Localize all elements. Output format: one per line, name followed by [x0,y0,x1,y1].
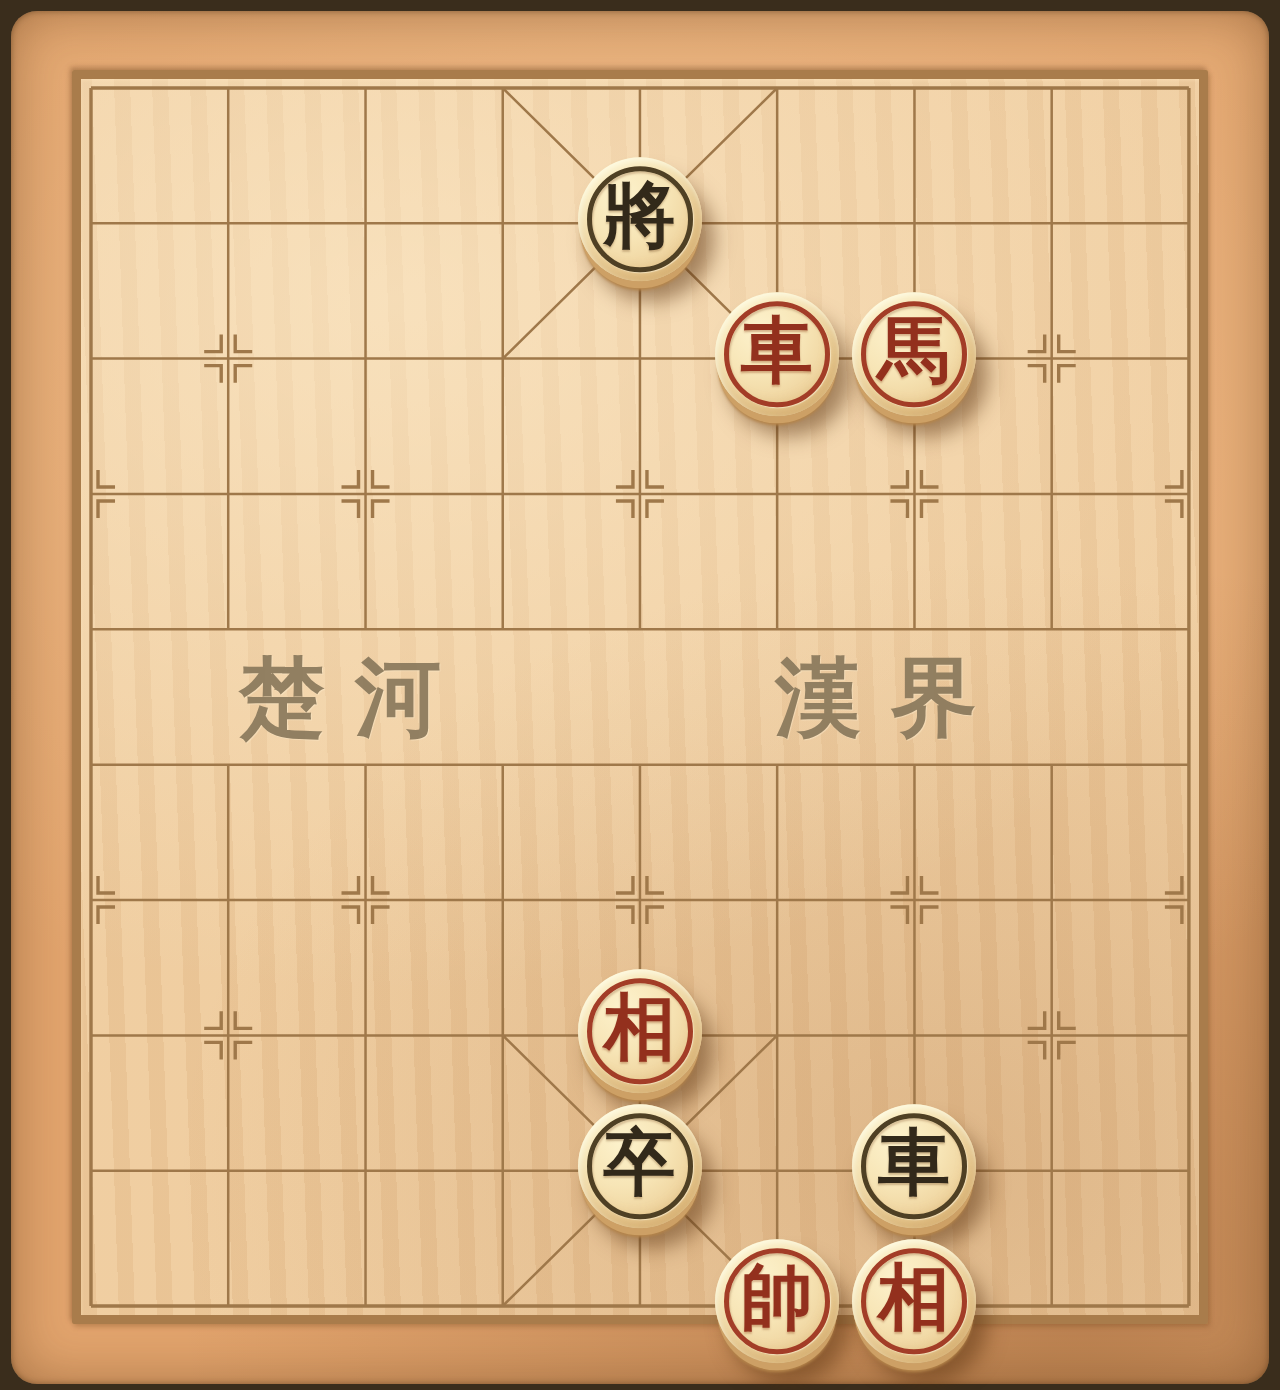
piece-black-general[interactable]: 將 [578,157,702,281]
black-chariot-glyph: 車 [878,1127,950,1205]
black-soldier-glyph: 卒 [604,1127,676,1205]
piece-red-horse[interactable]: 馬 [852,293,976,417]
river-label-right: 漢界 [775,655,1007,741]
piece-red-elephant-right[interactable]: 相 [852,1239,976,1363]
red-elephant-center-glyph: 相 [604,992,676,1070]
piece-red-elephant-center[interactable]: 相 [578,969,702,1093]
red-horse-glyph: 馬 [878,316,950,394]
red-general-glyph: 帥 [741,1262,813,1340]
xiangqi-app: { "game": "xiangqi", "position": { "fen"… [0,0,1280,1390]
piece-black-soldier[interactable]: 卒 [578,1104,702,1228]
river-label-left: 楚河 [239,655,471,741]
black-general-glyph: 將 [604,180,676,258]
piece-red-general[interactable]: 帥 [715,1239,839,1363]
piece-black-chariot[interactable]: 車 [852,1104,976,1228]
red-chariot-glyph: 車 [741,316,813,394]
red-elephant-right-glyph: 相 [878,1262,950,1340]
piece-red-chariot[interactable]: 車 [715,293,839,417]
